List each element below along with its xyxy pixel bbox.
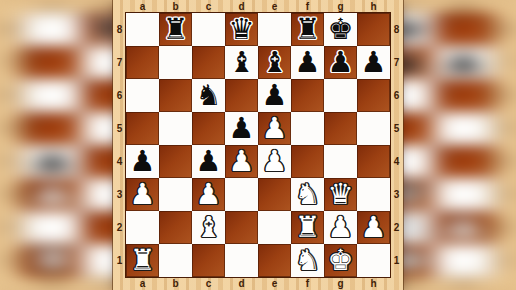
chess-board: abcdefgh 87654321 ♜♛♜♚♝♝♟♟♟♞♟♟♟♟♟♟♟♟♟♞♛♝… <box>113 0 403 290</box>
square-e3[interactable] <box>258 178 291 211</box>
square-c2[interactable]: ♝ <box>192 211 225 244</box>
square-a4[interactable]: ♟ <box>126 145 159 178</box>
square-b7[interactable] <box>159 46 192 79</box>
square-a8[interactable] <box>126 13 159 46</box>
piece-white-rook[interactable]: ♜ <box>291 211 324 244</box>
square-d6[interactable] <box>225 79 258 112</box>
square-d1[interactable] <box>225 244 258 277</box>
piece-black-rook[interactable]: ♜ <box>159 13 192 46</box>
square-a7[interactable] <box>126 46 159 79</box>
square-f2[interactable]: ♜ <box>291 211 324 244</box>
square-b2[interactable] <box>159 211 192 244</box>
rank-label: 3 <box>113 178 126 211</box>
square-f4[interactable] <box>291 145 324 178</box>
file-label: e <box>258 0 291 13</box>
file-label: f <box>291 277 324 290</box>
square-g4[interactable] <box>324 145 357 178</box>
square-h5[interactable] <box>357 112 390 145</box>
piece-black-king[interactable]: ♚ <box>324 13 357 46</box>
square-g1[interactable]: ♚ <box>324 244 357 277</box>
square-c5[interactable] <box>192 112 225 145</box>
square-f7[interactable]: ♟ <box>291 46 324 79</box>
file-label: g <box>324 277 357 290</box>
rank-label: 6 <box>113 79 126 112</box>
file-label: c <box>192 0 225 13</box>
square-g8[interactable]: ♚ <box>324 13 357 46</box>
piece-white-knight[interactable]: ♞ <box>291 178 324 211</box>
square-d4[interactable]: ♟ <box>225 145 258 178</box>
square-b4[interactable] <box>159 145 192 178</box>
square-e8[interactable] <box>258 13 291 46</box>
square-h3[interactable] <box>357 178 390 211</box>
piece-white-pawn[interactable]: ♟ <box>192 178 225 211</box>
square-a3[interactable]: ♟ <box>126 178 159 211</box>
square-b3[interactable] <box>159 178 192 211</box>
square-a6[interactable] <box>126 79 159 112</box>
frame-corner <box>390 0 403 13</box>
piece-white-pawn[interactable]: ♟ <box>126 178 159 211</box>
square-d3[interactable] <box>225 178 258 211</box>
square-d8[interactable]: ♛ <box>225 13 258 46</box>
rank-label: 1 <box>113 244 126 277</box>
piece-white-pawn[interactable]: ♟ <box>324 211 357 244</box>
square-g3[interactable]: ♛ <box>324 178 357 211</box>
rank-label: 3 <box>390 178 403 211</box>
square-h7[interactable]: ♟ <box>357 46 390 79</box>
square-e4[interactable]: ♟ <box>258 145 291 178</box>
square-f6[interactable] <box>291 79 324 112</box>
piece-white-queen[interactable]: ♛ <box>324 178 357 211</box>
rank-label: 7 <box>390 46 403 79</box>
square-g2[interactable]: ♟ <box>324 211 357 244</box>
piece-black-pawn[interactable]: ♟ <box>258 79 291 112</box>
rank-label: 5 <box>113 112 126 145</box>
square-b6[interactable] <box>159 79 192 112</box>
piece-black-queen[interactable]: ♛ <box>225 13 258 46</box>
frame-corner <box>113 277 126 290</box>
frame-corner <box>113 0 126 13</box>
square-b5[interactable] <box>159 112 192 145</box>
square-f5[interactable] <box>291 112 324 145</box>
square-a5[interactable] <box>126 112 159 145</box>
square-h6[interactable] <box>357 79 390 112</box>
board-grid: ♜♛♜♚♝♝♟♟♟♞♟♟♟♟♟♟♟♟♟♞♛♝♜♟♟♜♞♚ <box>126 13 390 277</box>
file-label: d <box>225 277 258 290</box>
square-a1[interactable]: ♜ <box>126 244 159 277</box>
square-c1[interactable] <box>192 244 225 277</box>
square-f8[interactable]: ♜ <box>291 13 324 46</box>
square-b8[interactable]: ♜ <box>159 13 192 46</box>
file-label: e <box>258 277 291 290</box>
piece-black-bishop[interactable]: ♝ <box>258 46 291 79</box>
piece-white-pawn[interactable]: ♟ <box>258 112 291 145</box>
square-d7[interactable]: ♝ <box>225 46 258 79</box>
piece-white-pawn[interactable]: ♟ <box>258 145 291 178</box>
piece-white-rook[interactable]: ♜ <box>126 244 159 277</box>
thumbnail-stage: abcdefgh 87654321 ♜♛♜♚♝♝♟♟♟♞♟♟♟♟♟♟♟♟♟♞♛♝… <box>0 0 516 290</box>
square-b1[interactable] <box>159 244 192 277</box>
square-a2[interactable] <box>126 211 159 244</box>
square-h2[interactable]: ♟ <box>357 211 390 244</box>
piece-white-bishop[interactable]: ♝ <box>192 211 225 244</box>
file-label: c <box>192 277 225 290</box>
rank-label: 2 <box>113 211 126 244</box>
file-label: a <box>126 0 159 13</box>
rank-label: 7 <box>113 46 126 79</box>
square-g7[interactable]: ♟ <box>324 46 357 79</box>
square-f1[interactable]: ♞ <box>291 244 324 277</box>
piece-black-pawn[interactable]: ♟ <box>324 46 357 79</box>
rank-label: 4 <box>390 145 403 178</box>
rank-label: 5 <box>390 112 403 145</box>
file-label: a <box>126 277 159 290</box>
piece-white-pawn[interactable]: ♟ <box>357 211 390 244</box>
square-d2[interactable] <box>225 211 258 244</box>
file-label: b <box>159 277 192 290</box>
square-h4[interactable] <box>357 145 390 178</box>
file-label: h <box>357 277 390 290</box>
rank-label: 8 <box>390 13 403 46</box>
piece-white-pawn[interactable]: ♟ <box>225 145 258 178</box>
rank-labels-right: 87654321 <box>390 13 403 277</box>
square-h1[interactable] <box>357 244 390 277</box>
square-c4[interactable]: ♟ <box>192 145 225 178</box>
rank-label: 8 <box>113 13 126 46</box>
rank-label: 2 <box>390 211 403 244</box>
square-d5[interactable]: ♟ <box>225 112 258 145</box>
piece-black-bishop[interactable]: ♝ <box>225 46 258 79</box>
square-c3[interactable]: ♟ <box>192 178 225 211</box>
piece-black-pawn[interactable]: ♟ <box>225 112 258 145</box>
square-e2[interactable] <box>258 211 291 244</box>
square-e6[interactable]: ♟ <box>258 79 291 112</box>
square-f3[interactable]: ♞ <box>291 178 324 211</box>
file-label: h <box>357 0 390 13</box>
piece-black-knight[interactable]: ♞ <box>192 79 225 112</box>
square-c8[interactable] <box>192 13 225 46</box>
piece-black-pawn[interactable]: ♟ <box>192 145 225 178</box>
rank-label: 6 <box>390 79 403 112</box>
square-g5[interactable] <box>324 112 357 145</box>
square-h8[interactable] <box>357 13 390 46</box>
piece-black-pawn[interactable]: ♟ <box>357 46 390 79</box>
square-e5[interactable]: ♟ <box>258 112 291 145</box>
piece-black-pawn[interactable]: ♟ <box>126 145 159 178</box>
piece-white-knight[interactable]: ♞ <box>291 244 324 277</box>
square-e7[interactable]: ♝ <box>258 46 291 79</box>
file-labels-bottom: abcdefgh <box>126 277 390 290</box>
rank-labels-left: 87654321 <box>113 13 126 277</box>
piece-white-king[interactable]: ♚ <box>324 244 357 277</box>
frame-corner <box>390 277 403 290</box>
rank-label: 1 <box>390 244 403 277</box>
rank-label: 4 <box>113 145 126 178</box>
square-e1[interactable] <box>258 244 291 277</box>
square-c7[interactable] <box>192 46 225 79</box>
square-c6[interactable]: ♞ <box>192 79 225 112</box>
piece-black-rook[interactable]: ♜ <box>291 13 324 46</box>
piece-black-pawn[interactable]: ♟ <box>291 46 324 79</box>
square-g6[interactable] <box>324 79 357 112</box>
